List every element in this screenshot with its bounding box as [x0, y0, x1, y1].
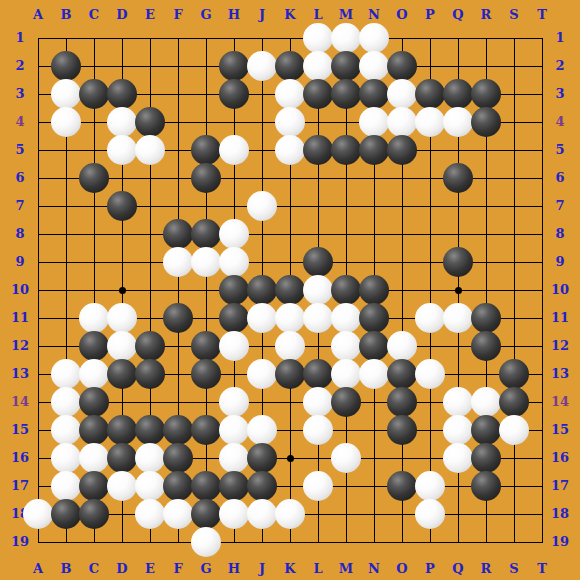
intersection-D12[interactable] [108, 332, 136, 360]
intersection-P9[interactable] [416, 248, 444, 276]
intersection-E2[interactable] [136, 52, 164, 80]
intersection-T14[interactable] [528, 388, 556, 416]
intersection-T3[interactable] [528, 80, 556, 108]
intersection-B18[interactable] [52, 500, 80, 528]
intersection-Q10[interactable] [444, 276, 472, 304]
intersection-R7[interactable] [472, 192, 500, 220]
intersection-D2[interactable] [108, 52, 136, 80]
intersection-F2[interactable] [164, 52, 192, 80]
intersection-P5[interactable] [416, 136, 444, 164]
intersection-D9[interactable] [108, 248, 136, 276]
intersection-P1[interactable] [416, 24, 444, 52]
intersection-L18[interactable] [304, 500, 332, 528]
intersection-L15[interactable] [304, 416, 332, 444]
intersection-L3[interactable] [304, 80, 332, 108]
intersection-T11[interactable] [528, 304, 556, 332]
intersection-P10[interactable] [416, 276, 444, 304]
intersection-K8[interactable] [276, 220, 304, 248]
intersection-M3[interactable] [332, 80, 360, 108]
intersection-E11[interactable] [136, 304, 164, 332]
intersection-O1[interactable] [388, 24, 416, 52]
intersection-J14[interactable] [248, 388, 276, 416]
intersection-A13[interactable] [24, 360, 52, 388]
intersection-B10[interactable] [52, 276, 80, 304]
intersection-R13[interactable] [472, 360, 500, 388]
intersection-G13[interactable] [192, 360, 220, 388]
intersection-G14[interactable] [192, 388, 220, 416]
intersection-H1[interactable] [220, 24, 248, 52]
intersection-L6[interactable] [304, 164, 332, 192]
intersection-P11[interactable] [416, 304, 444, 332]
intersection-K16[interactable] [276, 444, 304, 472]
intersection-M12[interactable] [332, 332, 360, 360]
intersection-D16[interactable] [108, 444, 136, 472]
intersection-J10[interactable] [248, 276, 276, 304]
intersection-Q5[interactable] [444, 136, 472, 164]
intersection-Q14[interactable] [444, 388, 472, 416]
intersection-L1[interactable] [304, 24, 332, 52]
intersection-G1[interactable] [192, 24, 220, 52]
intersection-L7[interactable] [304, 192, 332, 220]
intersection-A6[interactable] [24, 164, 52, 192]
intersection-E7[interactable] [136, 192, 164, 220]
intersection-K17[interactable] [276, 472, 304, 500]
intersection-T2[interactable] [528, 52, 556, 80]
intersection-Q8[interactable] [444, 220, 472, 248]
intersection-S15[interactable] [500, 416, 528, 444]
intersection-Q12[interactable] [444, 332, 472, 360]
intersection-G4[interactable] [192, 108, 220, 136]
intersection-H10[interactable] [220, 276, 248, 304]
intersection-Q9[interactable] [444, 248, 472, 276]
intersection-G17[interactable] [192, 472, 220, 500]
intersection-C6[interactable] [80, 164, 108, 192]
intersection-K3[interactable] [276, 80, 304, 108]
intersection-R1[interactable] [472, 24, 500, 52]
intersection-D11[interactable] [108, 304, 136, 332]
intersection-K5[interactable] [276, 136, 304, 164]
intersection-C8[interactable] [80, 220, 108, 248]
intersection-O5[interactable] [388, 136, 416, 164]
intersection-D7[interactable] [108, 192, 136, 220]
intersection-C19[interactable] [80, 528, 108, 556]
intersection-M11[interactable] [332, 304, 360, 332]
intersection-A7[interactable] [24, 192, 52, 220]
intersection-P3[interactable] [416, 80, 444, 108]
intersection-Q13[interactable] [444, 360, 472, 388]
intersection-H15[interactable] [220, 416, 248, 444]
intersection-B11[interactable] [52, 304, 80, 332]
intersection-H18[interactable] [220, 500, 248, 528]
intersection-F6[interactable] [164, 164, 192, 192]
intersection-K2[interactable] [276, 52, 304, 80]
intersection-K10[interactable] [276, 276, 304, 304]
intersection-K13[interactable] [276, 360, 304, 388]
intersection-N6[interactable] [360, 164, 388, 192]
intersection-C3[interactable] [80, 80, 108, 108]
intersection-Q18[interactable] [444, 500, 472, 528]
intersection-R2[interactable] [472, 52, 500, 80]
intersection-P16[interactable] [416, 444, 444, 472]
intersection-K19[interactable] [276, 528, 304, 556]
intersection-C7[interactable] [80, 192, 108, 220]
intersection-S19[interactable] [500, 528, 528, 556]
intersection-A18[interactable] [24, 500, 52, 528]
intersection-B17[interactable] [52, 472, 80, 500]
intersection-K12[interactable] [276, 332, 304, 360]
intersection-M1[interactable] [332, 24, 360, 52]
intersection-H17[interactable] [220, 472, 248, 500]
intersection-N2[interactable] [360, 52, 388, 80]
intersection-R9[interactable] [472, 248, 500, 276]
intersection-B15[interactable] [52, 416, 80, 444]
intersection-N11[interactable] [360, 304, 388, 332]
intersection-G5[interactable] [192, 136, 220, 164]
intersection-R8[interactable] [472, 220, 500, 248]
intersection-P12[interactable] [416, 332, 444, 360]
intersection-A15[interactable] [24, 416, 52, 444]
intersection-F18[interactable] [164, 500, 192, 528]
intersection-T17[interactable] [528, 472, 556, 500]
intersection-S9[interactable] [500, 248, 528, 276]
intersection-K7[interactable] [276, 192, 304, 220]
intersection-O4[interactable] [388, 108, 416, 136]
intersection-A1[interactable] [24, 24, 52, 52]
intersection-E19[interactable] [136, 528, 164, 556]
intersection-L11[interactable] [304, 304, 332, 332]
intersection-F13[interactable] [164, 360, 192, 388]
intersection-F11[interactable] [164, 304, 192, 332]
intersection-G12[interactable] [192, 332, 220, 360]
intersection-T16[interactable] [528, 444, 556, 472]
intersection-L12[interactable] [304, 332, 332, 360]
intersection-S12[interactable] [500, 332, 528, 360]
intersection-D17[interactable] [108, 472, 136, 500]
intersection-H7[interactable] [220, 192, 248, 220]
intersection-E3[interactable] [136, 80, 164, 108]
intersection-N14[interactable] [360, 388, 388, 416]
intersection-M4[interactable] [332, 108, 360, 136]
intersection-D4[interactable] [108, 108, 136, 136]
intersection-T13[interactable] [528, 360, 556, 388]
intersection-P2[interactable] [416, 52, 444, 80]
intersection-J19[interactable] [248, 528, 276, 556]
intersection-T9[interactable] [528, 248, 556, 276]
intersection-M17[interactable] [332, 472, 360, 500]
intersection-K6[interactable] [276, 164, 304, 192]
intersection-E14[interactable] [136, 388, 164, 416]
intersection-O8[interactable] [388, 220, 416, 248]
intersection-J1[interactable] [248, 24, 276, 52]
intersection-B5[interactable] [52, 136, 80, 164]
intersection-F1[interactable] [164, 24, 192, 52]
intersection-Q4[interactable] [444, 108, 472, 136]
intersection-P19[interactable] [416, 528, 444, 556]
intersection-F15[interactable] [164, 416, 192, 444]
intersection-F16[interactable] [164, 444, 192, 472]
intersection-G2[interactable] [192, 52, 220, 80]
intersection-A5[interactable] [24, 136, 52, 164]
intersection-A19[interactable] [24, 528, 52, 556]
intersection-O19[interactable] [388, 528, 416, 556]
intersection-B2[interactable] [52, 52, 80, 80]
intersection-N12[interactable] [360, 332, 388, 360]
intersection-J11[interactable] [248, 304, 276, 332]
intersection-F14[interactable] [164, 388, 192, 416]
intersection-P6[interactable] [416, 164, 444, 192]
intersection-G9[interactable] [192, 248, 220, 276]
intersection-C10[interactable] [80, 276, 108, 304]
intersection-M15[interactable] [332, 416, 360, 444]
intersection-K11[interactable] [276, 304, 304, 332]
intersection-F12[interactable] [164, 332, 192, 360]
intersection-L9[interactable] [304, 248, 332, 276]
intersection-S13[interactable] [500, 360, 528, 388]
intersection-E8[interactable] [136, 220, 164, 248]
intersection-J18[interactable] [248, 500, 276, 528]
intersection-A11[interactable] [24, 304, 52, 332]
intersection-N18[interactable] [360, 500, 388, 528]
intersection-P15[interactable] [416, 416, 444, 444]
intersection-O2[interactable] [388, 52, 416, 80]
intersection-M16[interactable] [332, 444, 360, 472]
intersection-J4[interactable] [248, 108, 276, 136]
intersection-G18[interactable] [192, 500, 220, 528]
intersection-O6[interactable] [388, 164, 416, 192]
intersection-N3[interactable] [360, 80, 388, 108]
intersection-H8[interactable] [220, 220, 248, 248]
intersection-B19[interactable] [52, 528, 80, 556]
intersection-K4[interactable] [276, 108, 304, 136]
intersection-C2[interactable] [80, 52, 108, 80]
intersection-T4[interactable] [528, 108, 556, 136]
intersection-J16[interactable] [248, 444, 276, 472]
intersection-E10[interactable] [136, 276, 164, 304]
intersection-Q2[interactable] [444, 52, 472, 80]
intersection-P4[interactable] [416, 108, 444, 136]
intersection-H6[interactable] [220, 164, 248, 192]
intersection-S16[interactable] [500, 444, 528, 472]
intersection-P7[interactable] [416, 192, 444, 220]
intersection-F17[interactable] [164, 472, 192, 500]
intersection-T8[interactable] [528, 220, 556, 248]
intersection-E15[interactable] [136, 416, 164, 444]
intersection-N8[interactable] [360, 220, 388, 248]
intersection-M6[interactable] [332, 164, 360, 192]
intersection-G10[interactable] [192, 276, 220, 304]
intersection-A12[interactable] [24, 332, 52, 360]
intersection-O7[interactable] [388, 192, 416, 220]
intersection-N15[interactable] [360, 416, 388, 444]
intersection-H11[interactable] [220, 304, 248, 332]
intersection-S14[interactable] [500, 388, 528, 416]
intersection-H5[interactable] [220, 136, 248, 164]
intersection-Q6[interactable] [444, 164, 472, 192]
intersection-L5[interactable] [304, 136, 332, 164]
intersection-M9[interactable] [332, 248, 360, 276]
intersection-D3[interactable] [108, 80, 136, 108]
intersection-N19[interactable] [360, 528, 388, 556]
intersection-C11[interactable] [80, 304, 108, 332]
intersection-C16[interactable] [80, 444, 108, 472]
intersection-T12[interactable] [528, 332, 556, 360]
intersection-D18[interactable] [108, 500, 136, 528]
intersection-G7[interactable] [192, 192, 220, 220]
intersection-K1[interactable] [276, 24, 304, 52]
intersection-A16[interactable] [24, 444, 52, 472]
intersection-R17[interactable] [472, 472, 500, 500]
intersection-N9[interactable] [360, 248, 388, 276]
intersection-R15[interactable] [472, 416, 500, 444]
intersection-O16[interactable] [388, 444, 416, 472]
intersection-H13[interactable] [220, 360, 248, 388]
intersection-S3[interactable] [500, 80, 528, 108]
intersection-G19[interactable] [192, 528, 220, 556]
intersection-F5[interactable] [164, 136, 192, 164]
intersection-S18[interactable] [500, 500, 528, 528]
intersection-B6[interactable] [52, 164, 80, 192]
intersection-R16[interactable] [472, 444, 500, 472]
intersection-R18[interactable] [472, 500, 500, 528]
intersection-G8[interactable] [192, 220, 220, 248]
intersection-M19[interactable] [332, 528, 360, 556]
intersection-N5[interactable] [360, 136, 388, 164]
intersection-M8[interactable] [332, 220, 360, 248]
intersection-L19[interactable] [304, 528, 332, 556]
intersection-A2[interactable] [24, 52, 52, 80]
intersection-E6[interactable] [136, 164, 164, 192]
intersection-N13[interactable] [360, 360, 388, 388]
intersection-O15[interactable] [388, 416, 416, 444]
intersection-A14[interactable] [24, 388, 52, 416]
intersection-N4[interactable] [360, 108, 388, 136]
intersection-R4[interactable] [472, 108, 500, 136]
intersection-S2[interactable] [500, 52, 528, 80]
intersection-R11[interactable] [472, 304, 500, 332]
intersection-L14[interactable] [304, 388, 332, 416]
intersection-L4[interactable] [304, 108, 332, 136]
intersection-O3[interactable] [388, 80, 416, 108]
intersection-L2[interactable] [304, 52, 332, 80]
intersection-K14[interactable] [276, 388, 304, 416]
intersection-O18[interactable] [388, 500, 416, 528]
intersection-E17[interactable] [136, 472, 164, 500]
intersection-F8[interactable] [164, 220, 192, 248]
intersection-H2[interactable] [220, 52, 248, 80]
intersection-B8[interactable] [52, 220, 80, 248]
intersection-N1[interactable] [360, 24, 388, 52]
intersection-B13[interactable] [52, 360, 80, 388]
intersection-T18[interactable] [528, 500, 556, 528]
intersection-B12[interactable] [52, 332, 80, 360]
intersection-E12[interactable] [136, 332, 164, 360]
intersection-F4[interactable] [164, 108, 192, 136]
intersection-D10[interactable] [108, 276, 136, 304]
intersection-M5[interactable] [332, 136, 360, 164]
intersection-H12[interactable] [220, 332, 248, 360]
intersection-T19[interactable] [528, 528, 556, 556]
intersection-O9[interactable] [388, 248, 416, 276]
intersection-H4[interactable] [220, 108, 248, 136]
intersection-D8[interactable] [108, 220, 136, 248]
intersection-T1[interactable] [528, 24, 556, 52]
intersection-M2[interactable] [332, 52, 360, 80]
intersection-F9[interactable] [164, 248, 192, 276]
intersection-D14[interactable] [108, 388, 136, 416]
intersection-R14[interactable] [472, 388, 500, 416]
intersection-L17[interactable] [304, 472, 332, 500]
intersection-J7[interactable] [248, 192, 276, 220]
intersection-D6[interactable] [108, 164, 136, 192]
intersection-G15[interactable] [192, 416, 220, 444]
intersection-J6[interactable] [248, 164, 276, 192]
intersection-Q16[interactable] [444, 444, 472, 472]
intersection-B7[interactable] [52, 192, 80, 220]
intersection-B1[interactable] [52, 24, 80, 52]
intersection-T6[interactable] [528, 164, 556, 192]
intersection-C12[interactable] [80, 332, 108, 360]
intersection-B14[interactable] [52, 388, 80, 416]
intersection-A8[interactable] [24, 220, 52, 248]
intersection-S17[interactable] [500, 472, 528, 500]
intersection-N7[interactable] [360, 192, 388, 220]
intersection-H14[interactable] [220, 388, 248, 416]
intersection-D13[interactable] [108, 360, 136, 388]
intersection-J8[interactable] [248, 220, 276, 248]
intersection-K15[interactable] [276, 416, 304, 444]
intersection-J17[interactable] [248, 472, 276, 500]
intersection-O10[interactable] [388, 276, 416, 304]
intersection-T7[interactable] [528, 192, 556, 220]
intersection-L13[interactable] [304, 360, 332, 388]
intersection-O17[interactable] [388, 472, 416, 500]
intersection-P17[interactable] [416, 472, 444, 500]
intersection-C4[interactable] [80, 108, 108, 136]
intersection-G3[interactable] [192, 80, 220, 108]
intersection-B3[interactable] [52, 80, 80, 108]
intersection-S8[interactable] [500, 220, 528, 248]
intersection-N17[interactable] [360, 472, 388, 500]
intersection-C5[interactable] [80, 136, 108, 164]
intersection-L16[interactable] [304, 444, 332, 472]
intersection-R3[interactable] [472, 80, 500, 108]
intersection-K9[interactable] [276, 248, 304, 276]
intersection-C17[interactable] [80, 472, 108, 500]
intersection-M13[interactable] [332, 360, 360, 388]
intersection-S7[interactable] [500, 192, 528, 220]
intersection-P13[interactable] [416, 360, 444, 388]
intersection-G6[interactable] [192, 164, 220, 192]
intersection-H16[interactable] [220, 444, 248, 472]
intersection-C1[interactable] [80, 24, 108, 52]
intersection-T5[interactable] [528, 136, 556, 164]
intersection-R5[interactable] [472, 136, 500, 164]
intersection-F10[interactable] [164, 276, 192, 304]
intersection-Q1[interactable] [444, 24, 472, 52]
intersection-H9[interactable] [220, 248, 248, 276]
intersection-N16[interactable] [360, 444, 388, 472]
intersection-O14[interactable] [388, 388, 416, 416]
intersection-D15[interactable] [108, 416, 136, 444]
intersection-E9[interactable] [136, 248, 164, 276]
intersection-B16[interactable] [52, 444, 80, 472]
intersection-S5[interactable] [500, 136, 528, 164]
intersection-B4[interactable] [52, 108, 80, 136]
intersection-Q15[interactable] [444, 416, 472, 444]
intersection-S6[interactable] [500, 164, 528, 192]
intersection-H19[interactable] [220, 528, 248, 556]
intersection-E1[interactable] [136, 24, 164, 52]
